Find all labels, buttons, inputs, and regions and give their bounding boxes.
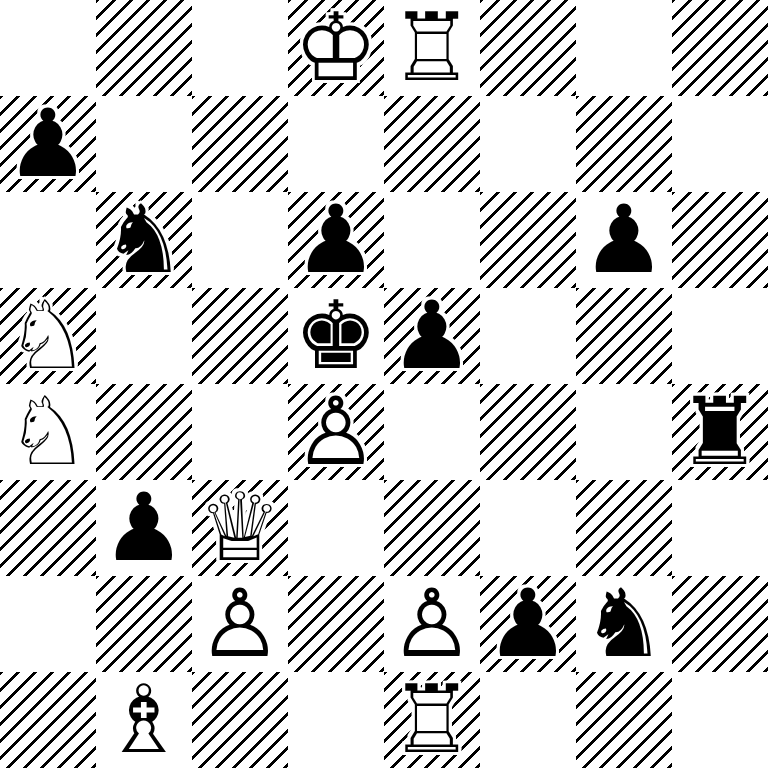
square-e6[interactable]	[384, 192, 480, 288]
square-e2[interactable]: ♟♙	[384, 576, 480, 672]
white-pawn-e2[interactable]: ♟♙	[384, 576, 480, 672]
square-e1[interactable]: ♜♖	[384, 672, 480, 768]
square-b1[interactable]: ♝♗	[96, 672, 192, 768]
square-d5[interactable]: ♚♚	[288, 288, 384, 384]
white-pawn-icon: ♙	[198, 576, 282, 672]
square-d1[interactable]	[288, 672, 384, 768]
black-king-icon: ♚	[294, 288, 378, 384]
square-d2[interactable]	[288, 576, 384, 672]
square-g2[interactable]: ♞♞	[576, 576, 672, 672]
square-b6[interactable]: ♞♞	[96, 192, 192, 288]
square-f2[interactable]: ♟♟	[480, 576, 576, 672]
square-g7[interactable]	[576, 96, 672, 192]
square-a4[interactable]: ♞♘	[0, 384, 96, 480]
square-g8[interactable]	[576, 0, 672, 96]
square-g4[interactable]	[576, 384, 672, 480]
square-h4[interactable]: ♜♜	[672, 384, 768, 480]
square-e8[interactable]: ♜♖	[384, 0, 480, 96]
square-c1[interactable]	[192, 672, 288, 768]
white-queen-icon: ♕	[198, 480, 282, 576]
square-h1[interactable]	[672, 672, 768, 768]
square-c4[interactable]	[192, 384, 288, 480]
white-rook-icon: ♖	[390, 0, 474, 96]
white-bishop-b1[interactable]: ♝♗	[96, 672, 192, 768]
square-f1[interactable]	[480, 672, 576, 768]
square-h2[interactable]	[672, 576, 768, 672]
black-pawn-d6[interactable]: ♟♟	[288, 192, 384, 288]
square-a5[interactable]: ♞♘	[0, 288, 96, 384]
square-b7[interactable]	[96, 96, 192, 192]
square-c7[interactable]	[192, 96, 288, 192]
square-f4[interactable]	[480, 384, 576, 480]
black-pawn-g6[interactable]: ♟♟	[576, 192, 672, 288]
white-knight-icon: ♘	[6, 384, 90, 480]
black-pawn-icon: ♟	[582, 192, 666, 288]
white-knight-a4[interactable]: ♞♘	[0, 384, 96, 480]
square-a2[interactable]	[0, 576, 96, 672]
square-d8[interactable]: ♚♔	[288, 0, 384, 96]
square-e7[interactable]	[384, 96, 480, 192]
white-pawn-icon: ♙	[390, 576, 474, 672]
square-h7[interactable]	[672, 96, 768, 192]
white-pawn-c2[interactable]: ♟♙	[192, 576, 288, 672]
black-knight-b6[interactable]: ♞♞	[96, 192, 192, 288]
square-g1[interactable]	[576, 672, 672, 768]
black-pawn-e5[interactable]: ♟♟	[384, 288, 480, 384]
square-d4[interactable]: ♟♙	[288, 384, 384, 480]
chess-board: ♚♔♜♖♟♟♞♞♟♟♟♟♞♘♚♚♟♟♞♘♟♙♜♜♟♟♛♕♟♙♟♙♟♟♞♞♝♗♜♖	[0, 0, 768, 768]
white-rook-e1[interactable]: ♜♖	[384, 672, 480, 768]
black-pawn-icon: ♟	[390, 288, 474, 384]
square-c5[interactable]	[192, 288, 288, 384]
black-knight-g2[interactable]: ♞♞	[576, 576, 672, 672]
white-king-d8[interactable]: ♚♔	[288, 0, 384, 96]
square-a1[interactable]	[0, 672, 96, 768]
square-c2[interactable]: ♟♙	[192, 576, 288, 672]
black-pawn-icon: ♟	[6, 96, 90, 192]
square-f3[interactable]	[480, 480, 576, 576]
square-a3[interactable]	[0, 480, 96, 576]
white-pawn-d4[interactable]: ♟♙	[288, 384, 384, 480]
black-pawn-f2[interactable]: ♟♟	[480, 576, 576, 672]
white-knight-a5[interactable]: ♞♘	[0, 288, 96, 384]
square-g3[interactable]	[576, 480, 672, 576]
square-b8[interactable]	[96, 0, 192, 96]
black-rook-icon: ♜	[678, 384, 762, 480]
square-g6[interactable]: ♟♟	[576, 192, 672, 288]
black-pawn-icon: ♟	[486, 576, 570, 672]
square-g5[interactable]	[576, 288, 672, 384]
square-h3[interactable]	[672, 480, 768, 576]
square-h8[interactable]	[672, 0, 768, 96]
square-h5[interactable]	[672, 288, 768, 384]
black-knight-icon: ♞	[582, 576, 666, 672]
square-f8[interactable]	[480, 0, 576, 96]
square-e4[interactable]	[384, 384, 480, 480]
square-c6[interactable]	[192, 192, 288, 288]
square-e3[interactable]	[384, 480, 480, 576]
white-queen-c3[interactable]: ♛♕	[192, 480, 288, 576]
square-e5[interactable]: ♟♟	[384, 288, 480, 384]
black-rook-h4[interactable]: ♜♜	[672, 384, 768, 480]
square-c3[interactable]: ♛♕	[192, 480, 288, 576]
square-f7[interactable]	[480, 96, 576, 192]
square-b2[interactable]	[96, 576, 192, 672]
black-pawn-icon: ♟	[294, 192, 378, 288]
white-rook-icon: ♖	[390, 672, 474, 768]
square-f6[interactable]	[480, 192, 576, 288]
black-knight-icon: ♞	[102, 192, 186, 288]
square-f5[interactable]	[480, 288, 576, 384]
black-pawn-a7[interactable]: ♟♟	[0, 96, 96, 192]
square-a6[interactable]	[0, 192, 96, 288]
square-d3[interactable]	[288, 480, 384, 576]
square-d6[interactable]: ♟♟	[288, 192, 384, 288]
white-bishop-icon: ♗	[102, 672, 186, 768]
square-b5[interactable]	[96, 288, 192, 384]
square-c8[interactable]	[192, 0, 288, 96]
white-knight-icon: ♘	[6, 288, 90, 384]
black-pawn-b3[interactable]: ♟♟	[96, 480, 192, 576]
white-pawn-icon: ♙	[294, 384, 378, 480]
square-b3[interactable]: ♟♟	[96, 480, 192, 576]
square-d7[interactable]	[288, 96, 384, 192]
black-king-d5[interactable]: ♚♚	[288, 288, 384, 384]
square-b4[interactable]	[96, 384, 192, 480]
black-pawn-icon: ♟	[102, 480, 186, 576]
square-h6[interactable]	[672, 192, 768, 288]
square-a7[interactable]: ♟♟	[0, 96, 96, 192]
white-king-icon: ♔	[294, 0, 378, 96]
white-rook-e8[interactable]: ♜♖	[384, 0, 480, 96]
square-a8[interactable]	[0, 0, 96, 96]
